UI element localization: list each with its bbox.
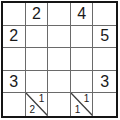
cell-r4c4[interactable]: [71, 71, 94, 94]
cell-r3c4[interactable]: [71, 48, 94, 71]
cell-digit: 2: [32, 6, 41, 22]
cell-r2c3[interactable]: [48, 26, 71, 49]
cell-digit: 4: [77, 6, 86, 22]
cell-r3c2[interactable]: [26, 48, 49, 71]
cell-r3c1[interactable]: [3, 48, 26, 71]
cell-r5c3[interactable]: [48, 93, 71, 116]
cell-r5c5[interactable]: [93, 93, 116, 116]
kakuro-clue-cell-r5c2[interactable]: 1 2: [26, 93, 49, 116]
cell-r1c2[interactable]: 2: [26, 3, 49, 26]
down-clue: 2: [30, 105, 36, 115]
across-clue: 1: [84, 94, 90, 104]
cell-r4c2[interactable]: [26, 71, 49, 94]
cell-r2c1[interactable]: 2: [3, 26, 26, 49]
cell-r2c4[interactable]: [71, 26, 94, 49]
cell-digit: 3: [9, 74, 18, 90]
down-clue: 1: [75, 105, 81, 115]
across-clue: 1: [39, 94, 45, 104]
cell-digit: 2: [9, 28, 18, 44]
cell-digit: 3: [100, 74, 109, 90]
kakuro-clue-cell-r5c4[interactable]: 1 1: [71, 93, 94, 116]
cell-r2c2[interactable]: [26, 26, 49, 49]
cell-r2c5[interactable]: 5: [93, 26, 116, 49]
puzzle-board: 2 4 2 5 3 3 1 2 1 1: [1, 1, 118, 118]
cell-r1c1[interactable]: [3, 3, 26, 26]
cell-r4c3[interactable]: [48, 71, 71, 94]
cell-r3c5[interactable]: [93, 48, 116, 71]
cell-r4c5[interactable]: 3: [93, 71, 116, 94]
cell-r1c5[interactable]: [93, 3, 116, 26]
cell-r1c4[interactable]: 4: [71, 3, 94, 26]
cell-r1c3[interactable]: [48, 3, 71, 26]
cell-digit: 5: [100, 28, 109, 44]
cell-r4c1[interactable]: 3: [3, 71, 26, 94]
cell-r3c3[interactable]: [48, 48, 71, 71]
cell-r5c1[interactable]: [3, 93, 26, 116]
